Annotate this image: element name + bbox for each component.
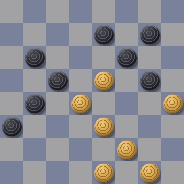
square-c6-light	[46, 46, 69, 69]
square-f4-dark[interactable]	[115, 92, 138, 115]
square-f2-dark[interactable]	[115, 138, 138, 161]
square-b5-light	[23, 69, 46, 92]
square-b3-light	[23, 115, 46, 138]
square-c8-light	[46, 0, 69, 23]
square-g2-light	[138, 138, 161, 161]
checkers-board	[0, 0, 184, 184]
square-g1-dark[interactable]	[138, 161, 161, 184]
square-f1-light	[115, 161, 138, 184]
square-f5-light	[115, 69, 138, 92]
square-d8-dark[interactable]	[69, 0, 92, 23]
square-a5-dark[interactable]	[0, 69, 23, 92]
black-checker-man[interactable]	[48, 71, 68, 91]
square-b4-dark[interactable]	[23, 92, 46, 115]
white-checker-man[interactable]	[71, 94, 91, 114]
square-e6-light	[92, 46, 115, 69]
square-d7-light	[69, 23, 92, 46]
square-d2-dark[interactable]	[69, 138, 92, 161]
square-d1-light	[69, 161, 92, 184]
square-g3-dark[interactable]	[138, 115, 161, 138]
square-a8-light	[0, 0, 23, 23]
white-checker-man[interactable]	[94, 71, 114, 91]
square-a6-light	[0, 46, 23, 69]
square-e8-light	[92, 0, 115, 23]
black-checker-man[interactable]	[140, 25, 160, 45]
square-h7-light	[161, 23, 184, 46]
square-f8-dark[interactable]	[115, 0, 138, 23]
black-checker-man[interactable]	[25, 48, 45, 68]
square-c2-light	[46, 138, 69, 161]
square-e2-light	[92, 138, 115, 161]
white-checker-man[interactable]	[94, 117, 114, 137]
white-checker-man[interactable]	[117, 140, 137, 160]
square-b6-dark[interactable]	[23, 46, 46, 69]
black-checker-man[interactable]	[94, 25, 114, 45]
square-a4-light	[0, 92, 23, 115]
square-a2-light	[0, 138, 23, 161]
square-c3-dark[interactable]	[46, 115, 69, 138]
black-checker-man[interactable]	[140, 71, 160, 91]
square-c1-dark[interactable]	[46, 161, 69, 184]
square-a1-dark[interactable]	[0, 161, 23, 184]
square-h8-dark[interactable]	[161, 0, 184, 23]
square-b1-light	[23, 161, 46, 184]
square-d5-light	[69, 69, 92, 92]
square-a3-dark[interactable]	[0, 115, 23, 138]
black-checker-man[interactable]	[117, 48, 137, 68]
square-f3-light	[115, 115, 138, 138]
black-checker-man[interactable]	[25, 94, 45, 114]
square-c7-dark[interactable]	[46, 23, 69, 46]
square-b2-dark[interactable]	[23, 138, 46, 161]
square-e3-dark[interactable]	[92, 115, 115, 138]
square-f7-light	[115, 23, 138, 46]
square-d6-dark[interactable]	[69, 46, 92, 69]
square-c5-dark[interactable]	[46, 69, 69, 92]
square-f6-dark[interactable]	[115, 46, 138, 69]
square-d4-dark[interactable]	[69, 92, 92, 115]
square-h3-light	[161, 115, 184, 138]
square-g8-light	[138, 0, 161, 23]
square-b7-light	[23, 23, 46, 46]
square-b8-dark[interactable]	[23, 0, 46, 23]
square-g5-dark[interactable]	[138, 69, 161, 92]
square-d3-light	[69, 115, 92, 138]
square-h2-dark[interactable]	[161, 138, 184, 161]
black-checker-man[interactable]	[2, 117, 22, 137]
square-g7-dark[interactable]	[138, 23, 161, 46]
square-e1-dark[interactable]	[92, 161, 115, 184]
square-g6-light	[138, 46, 161, 69]
square-h1-light	[161, 161, 184, 184]
square-e5-dark[interactable]	[92, 69, 115, 92]
square-e7-dark[interactable]	[92, 23, 115, 46]
square-g4-light	[138, 92, 161, 115]
square-h4-dark[interactable]	[161, 92, 184, 115]
white-checker-man[interactable]	[140, 163, 160, 183]
square-h5-light	[161, 69, 184, 92]
square-c4-light	[46, 92, 69, 115]
square-e4-light	[92, 92, 115, 115]
white-checker-man[interactable]	[163, 94, 183, 114]
square-a7-dark[interactable]	[0, 23, 23, 46]
white-checker-man[interactable]	[94, 163, 114, 183]
square-h6-dark[interactable]	[161, 46, 184, 69]
